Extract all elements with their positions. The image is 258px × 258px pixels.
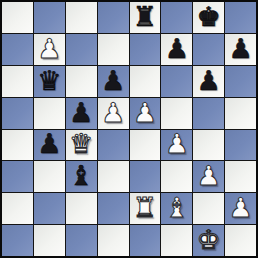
square-e3[interactable] xyxy=(130,161,161,192)
white-pawn[interactable]: ♟ xyxy=(228,194,252,221)
square-g7[interactable] xyxy=(193,34,224,65)
square-a3[interactable] xyxy=(2,161,33,192)
square-c5[interactable]: ♟ xyxy=(66,98,97,129)
square-h4[interactable] xyxy=(225,130,256,161)
white-pawn[interactable]: ♟ xyxy=(197,162,221,189)
square-e6[interactable] xyxy=(130,66,161,97)
white-pawn[interactable]: ♟ xyxy=(165,130,189,157)
square-h8[interactable] xyxy=(225,2,256,33)
square-b5[interactable] xyxy=(34,98,65,129)
square-a1[interactable] xyxy=(2,225,33,256)
chess-board-container: ♜♚♟♟♟♛♟♟♟♟♟♟♛♟♝♟♜♝♟♚ xyxy=(0,0,258,258)
square-e4[interactable] xyxy=(130,130,161,161)
square-d7[interactable] xyxy=(98,34,129,65)
black-bishop[interactable]: ♝ xyxy=(69,162,93,189)
square-c8[interactable] xyxy=(66,2,97,33)
chess-board: ♜♚♟♟♟♛♟♟♟♟♟♟♛♟♝♟♜♝♟♚ xyxy=(0,0,258,258)
square-e7[interactable] xyxy=(130,34,161,65)
square-c4[interactable]: ♛ xyxy=(66,130,97,161)
square-h3[interactable] xyxy=(225,161,256,192)
square-e2[interactable]: ♜ xyxy=(130,193,161,224)
square-f1[interactable] xyxy=(161,225,192,256)
square-b3[interactable] xyxy=(34,161,65,192)
square-f5[interactable] xyxy=(161,98,192,129)
black-queen[interactable]: ♛ xyxy=(37,67,61,94)
square-e5[interactable]: ♟ xyxy=(130,98,161,129)
square-h7[interactable]: ♟ xyxy=(225,34,256,65)
square-a6[interactable] xyxy=(2,66,33,97)
white-pawn[interactable]: ♟ xyxy=(133,99,157,126)
square-f7[interactable]: ♟ xyxy=(161,34,192,65)
white-pawn[interactable]: ♟ xyxy=(101,99,125,126)
square-b7[interactable]: ♟ xyxy=(34,34,65,65)
white-queen[interactable]: ♛ xyxy=(69,130,93,157)
white-rook[interactable]: ♜ xyxy=(133,194,157,221)
square-c6[interactable] xyxy=(66,66,97,97)
square-d8[interactable] xyxy=(98,2,129,33)
square-h1[interactable] xyxy=(225,225,256,256)
square-b1[interactable] xyxy=(34,225,65,256)
black-pawn[interactable]: ♟ xyxy=(165,35,189,62)
square-f4[interactable]: ♟ xyxy=(161,130,192,161)
white-pawn[interactable]: ♟ xyxy=(37,35,61,62)
square-b8[interactable] xyxy=(34,2,65,33)
square-f8[interactable] xyxy=(161,2,192,33)
square-c3[interactable]: ♝ xyxy=(66,161,97,192)
white-bishop[interactable]: ♝ xyxy=(165,194,189,221)
black-rook[interactable]: ♜ xyxy=(133,3,157,30)
square-c1[interactable] xyxy=(66,225,97,256)
square-g4[interactable] xyxy=(193,130,224,161)
square-a8[interactable] xyxy=(2,2,33,33)
black-pawn[interactable]: ♟ xyxy=(101,67,125,94)
square-d4[interactable] xyxy=(98,130,129,161)
square-a2[interactable] xyxy=(2,193,33,224)
square-a5[interactable] xyxy=(2,98,33,129)
square-g8[interactable]: ♚ xyxy=(193,2,224,33)
square-f2[interactable]: ♝ xyxy=(161,193,192,224)
black-pawn[interactable]: ♟ xyxy=(228,35,252,62)
square-d1[interactable] xyxy=(98,225,129,256)
square-g3[interactable]: ♟ xyxy=(193,161,224,192)
square-g2[interactable] xyxy=(193,193,224,224)
square-d6[interactable]: ♟ xyxy=(98,66,129,97)
square-g5[interactable] xyxy=(193,98,224,129)
square-b6[interactable]: ♛ xyxy=(34,66,65,97)
square-f6[interactable] xyxy=(161,66,192,97)
black-pawn[interactable]: ♟ xyxy=(69,99,93,126)
square-a7[interactable] xyxy=(2,34,33,65)
square-f3[interactable] xyxy=(161,161,192,192)
square-d5[interactable]: ♟ xyxy=(98,98,129,129)
square-h6[interactable] xyxy=(225,66,256,97)
square-b4[interactable]: ♟ xyxy=(34,130,65,161)
square-d2[interactable] xyxy=(98,193,129,224)
square-h2[interactable]: ♟ xyxy=(225,193,256,224)
square-h5[interactable] xyxy=(225,98,256,129)
square-g6[interactable]: ♟ xyxy=(193,66,224,97)
square-b2[interactable] xyxy=(34,193,65,224)
square-e8[interactable]: ♜ xyxy=(130,2,161,33)
black-king[interactable]: ♚ xyxy=(197,3,221,30)
black-pawn[interactable]: ♟ xyxy=(197,67,221,94)
square-d3[interactable] xyxy=(98,161,129,192)
square-e1[interactable] xyxy=(130,225,161,256)
white-king[interactable]: ♚ xyxy=(197,226,221,253)
square-a4[interactable] xyxy=(2,130,33,161)
square-g1[interactable]: ♚ xyxy=(193,225,224,256)
square-c2[interactable] xyxy=(66,193,97,224)
black-pawn[interactable]: ♟ xyxy=(37,130,61,157)
square-c7[interactable] xyxy=(66,34,97,65)
